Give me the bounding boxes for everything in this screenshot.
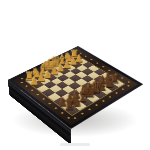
piece-black-rook: ♜ [57,99,82,112]
brass-stud [108,96,111,98]
brass-stud [74,117,77,119]
watermark [60,143,90,146]
brass-stud [96,62,99,63]
chess-board: ♜♟♟♜♞♟♟♞♝♟♟♝♛♟♟♛♚♟♟♚♝♟♟♝♞♟♟♞♜♟♟♜ [8,46,144,129]
brass-stud [95,104,98,106]
brass-stud [36,94,39,96]
brass-stud [127,85,130,87]
product-photo: ♜♟♟♜♞♟♟♞♝♟♟♝♛♟♟♛♚♟♟♚♝♟♟♝♞♟♟♞♜♟♟♜ [0,0,150,150]
board-top: ♜♟♟♜♞♟♟♞♝♟♟♝♛♟♟♛♚♟♟♚♝♟♟♝♞♟♟♞♜♟♟♜ [8,46,144,129]
brass-stud [81,112,84,114]
brass-stud [90,59,93,60]
brass-stud [102,100,105,102]
brass-stud [31,89,34,91]
brass-stud [115,92,118,94]
piece-white-pawn: ♟ [23,76,46,87]
brass-stud [102,66,105,68]
brass-stud [42,98,45,100]
brass-stud [88,108,91,110]
brass-stud [121,88,124,90]
brass-stud [67,117,70,119]
scene: ♜♟♟♜♞♟♟♞♝♟♟♝♛♟♟♛♚♟♟♚♝♟♟♝♞♟♟♞♜♟♟♜ [0,0,150,150]
